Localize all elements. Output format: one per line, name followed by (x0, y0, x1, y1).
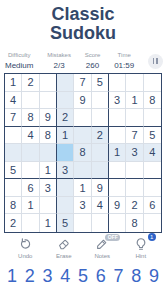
bulb-icon (134, 237, 148, 251)
stat-mistakes: Mistakes 2/3 (47, 52, 71, 70)
cell-r9c7[interactable] (109, 214, 126, 232)
cell-r9c9[interactable] (144, 214, 161, 232)
cell-r7c2[interactable]: 6 (22, 179, 39, 197)
cell-r1c3[interactable] (40, 74, 57, 92)
cell-r1c9[interactable] (144, 74, 161, 92)
cell-r2c6[interactable] (92, 92, 109, 110)
cell-r5c8[interactable]: 3 (126, 144, 143, 162)
numpad-9[interactable]: 9 (149, 264, 159, 288)
cell-r7c5[interactable]: 1 (74, 179, 91, 197)
cell-r4c6[interactable]: 2 (92, 127, 109, 145)
toolbar: Undo Erase OFF Notes 1 (0, 237, 166, 260)
time-value: 01:59 (114, 61, 134, 70)
cell-r1c5[interactable]: 7 (74, 74, 91, 92)
cell-r5c6[interactable] (92, 144, 109, 162)
eraser-icon (57, 237, 71, 251)
cell-r2c2[interactable] (22, 92, 39, 110)
cell-r2c4[interactable] (57, 92, 74, 110)
cell-r7c9[interactable] (144, 179, 161, 197)
cell-r6c4[interactable]: 3 (57, 162, 74, 180)
undo-label: Undo (18, 253, 32, 260)
cell-r5c2[interactable] (22, 144, 39, 162)
cell-r3c8[interactable] (126, 109, 143, 127)
cell-r4c1[interactable] (5, 127, 22, 145)
cell-r4c8[interactable]: 7 (126, 127, 143, 145)
cell-r3c5[interactable] (74, 109, 91, 127)
hint-count-badge: 1 (148, 233, 156, 241)
undo-button[interactable]: Undo (10, 237, 40, 260)
page-title: Classic Sudoku (35, 5, 131, 43)
cell-r7c1[interactable] (5, 179, 22, 197)
cell-r4c7[interactable] (109, 127, 126, 145)
cell-r2c3[interactable] (40, 92, 57, 110)
stat-time: Time 01:59 (114, 52, 134, 70)
cell-r4c5[interactable] (74, 127, 91, 145)
cell-r9c4[interactable]: 5 (57, 214, 74, 232)
cell-r7c6[interactable]: 9 (92, 179, 109, 197)
notes-button[interactable]: OFF Notes (87, 237, 117, 260)
pause-icon (153, 58, 155, 64)
cell-r5c5[interactable]: 8 (74, 144, 91, 162)
hint-button[interactable]: 1 Hint (126, 237, 156, 260)
cell-r1c8[interactable] (126, 74, 143, 92)
cell-r8c4[interactable] (57, 197, 74, 215)
cell-r2c7[interactable]: 3 (109, 92, 126, 110)
cell-r6c1[interactable]: 5 (5, 162, 22, 180)
numpad-3[interactable]: 3 (42, 264, 52, 288)
cell-r6c6[interactable] (92, 162, 109, 180)
cell-r5c3[interactable] (40, 144, 57, 162)
cell-r1c7[interactable] (109, 74, 126, 92)
time-label: Time (118, 52, 131, 59)
cell-r8c1[interactable]: 8 (5, 197, 22, 215)
cell-r6c2[interactable] (22, 162, 39, 180)
score-label: Score (85, 52, 101, 59)
cell-r9c3[interactable]: 1 (40, 214, 57, 232)
numpad-4[interactable]: 4 (60, 264, 70, 288)
cell-r4c9[interactable]: 5 (144, 127, 161, 145)
sudoku-app: Classic Sudoku Difficulty Medium Mistake… (0, 0, 166, 296)
cell-r3c7[interactable] (109, 109, 126, 127)
cell-r8c8[interactable]: 2 (126, 197, 143, 215)
cell-r8c5[interactable]: 3 (74, 197, 91, 215)
numpad: 123456789 (0, 264, 166, 288)
numpad-7[interactable]: 7 (113, 264, 123, 288)
erase-label: Erase (56, 253, 72, 260)
cell-r3c1[interactable]: 7 (5, 109, 22, 127)
cell-r9c2[interactable] (22, 214, 39, 232)
cell-r2c5[interactable]: 9 (74, 92, 91, 110)
cell-r7c4[interactable] (57, 179, 74, 197)
cell-r9c6[interactable] (92, 214, 109, 232)
cell-r6c7[interactable] (109, 162, 126, 180)
cell-r6c8[interactable] (126, 162, 143, 180)
cell-r7c7[interactable] (109, 179, 126, 197)
notes-off-badge: OFF (105, 234, 120, 241)
cell-r1c4[interactable] (57, 74, 74, 92)
numpad-2[interactable]: 2 (25, 264, 35, 288)
cell-r1c2[interactable]: 2 (22, 74, 39, 92)
cell-r3c2[interactable]: 8 (22, 109, 39, 127)
notes-label: Notes (94, 253, 110, 260)
cell-r5c7[interactable]: 1 (109, 144, 126, 162)
erase-button[interactable]: Erase (49, 237, 79, 260)
cell-r8c9[interactable]: 6 (144, 197, 161, 215)
cell-r2c8[interactable]: 1 (126, 92, 143, 110)
cell-r8c2[interactable]: 1 (22, 197, 39, 215)
cell-r8c7[interactable]: 9 (109, 197, 126, 215)
hint-label: Hint (135, 253, 146, 260)
numpad-5[interactable]: 5 (78, 264, 88, 288)
numpad-6[interactable]: 6 (96, 264, 106, 288)
cell-r9c5[interactable] (74, 214, 91, 232)
cell-r7c3[interactable]: 3 (40, 179, 57, 197)
cell-r4c3[interactable]: 8 (40, 127, 57, 145)
cell-r8c3[interactable] (40, 197, 57, 215)
stat-score: Score 260 (85, 52, 101, 70)
cell-r4c4[interactable]: 1 (57, 127, 74, 145)
cell-r5c4[interactable] (57, 144, 74, 162)
cell-r3c3[interactable]: 9 (40, 109, 57, 127)
cell-r2c1[interactable]: 4 (5, 92, 22, 110)
cell-r9c1[interactable]: 2 (5, 214, 22, 232)
sudoku-grid: 1275493187892481275813451363198134926215… (4, 73, 162, 233)
difficulty-label: Difficulty (8, 52, 31, 59)
cell-r4c2[interactable]: 4 (22, 127, 39, 145)
cell-r6c5[interactable] (74, 162, 91, 180)
cell-r5c9[interactable]: 4 (144, 144, 161, 162)
difficulty-value: Medium (5, 61, 33, 70)
mistakes-label: Mistakes (47, 52, 71, 59)
pause-button[interactable] (148, 54, 163, 69)
cell-r3c4[interactable]: 2 (57, 109, 74, 127)
stats-bar: Difficulty Medium Mistakes 2/3 Score 260… (0, 50, 166, 72)
cell-r3c9[interactable] (144, 109, 161, 127)
cell-r1c6[interactable]: 5 (92, 74, 109, 92)
cell-r7c8[interactable] (126, 179, 143, 197)
cell-r6c3[interactable]: 1 (40, 162, 57, 180)
score-value: 260 (86, 61, 99, 70)
undo-icon (18, 237, 32, 251)
stat-difficulty: Difficulty Medium (5, 52, 33, 70)
mistakes-value: 2/3 (54, 61, 65, 70)
cell-r3c6[interactable] (92, 109, 109, 127)
cell-r1c1[interactable]: 1 (5, 74, 22, 92)
cell-r2c9[interactable]: 8 (144, 92, 161, 110)
cell-r8c6[interactable]: 4 (92, 197, 109, 215)
cell-r6c9[interactable] (144, 162, 161, 180)
numpad-8[interactable]: 8 (131, 264, 141, 288)
numpad-1[interactable]: 1 (7, 264, 17, 288)
cell-r9c8[interactable]: 8 (126, 214, 143, 232)
cell-r5c1[interactable] (5, 144, 22, 162)
